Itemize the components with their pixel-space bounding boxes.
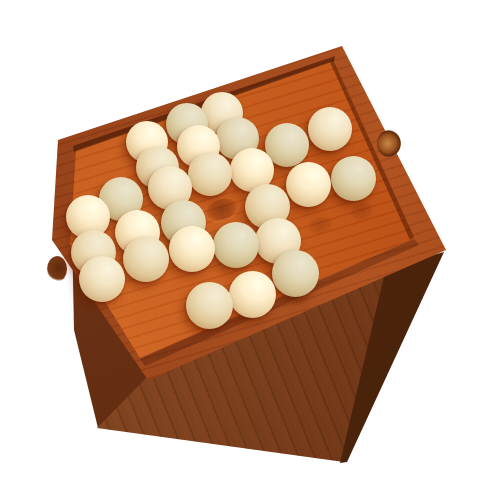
ball-r5c2[interactable]	[186, 282, 233, 329]
ball-r4c0[interactable]	[79, 256, 125, 302]
ball-r4c3[interactable]	[213, 222, 259, 268]
rim-notch-left-icon	[47, 256, 67, 282]
ball-r3c5[interactable]	[286, 162, 331, 207]
ball-r4c2[interactable]	[169, 226, 215, 272]
ball-r2c6[interactable]	[308, 107, 352, 151]
ball-r2c3[interactable]	[188, 152, 232, 196]
ball-r5c3[interactable]	[229, 271, 276, 318]
ball-r5c4[interactable]	[272, 250, 319, 297]
product-photo-scene	[0, 0, 500, 500]
ball-r3c6[interactable]	[331, 156, 376, 201]
rim-notch-right-icon	[377, 130, 401, 157]
ball-r4c1[interactable]	[123, 236, 169, 282]
